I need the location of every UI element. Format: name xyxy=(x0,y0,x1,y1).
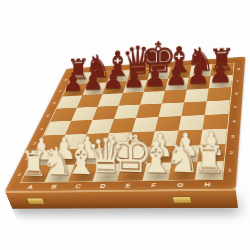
file-label: G xyxy=(166,179,194,189)
square-d7[interactable]: ♟ xyxy=(123,80,147,93)
square-c5[interactable] xyxy=(92,106,118,120)
square-f7[interactable]: ♟ xyxy=(165,77,189,90)
square-e7[interactable]: ♟ xyxy=(144,79,168,92)
rank-label: 6 xyxy=(230,87,243,101)
square-d5[interactable] xyxy=(114,105,140,119)
piece-black-pawn[interactable]: ♟ xyxy=(186,61,210,89)
brass-hinge-icon xyxy=(173,197,192,203)
folding-chess-case: ♜♞♝♛♚♝♞♜♟♟♟♟♟♟♟♟♟♟♟♟♟♟♟♟♜♞♝♛♚♝♞♜ ABCDEFG… xyxy=(5,57,245,192)
rank-label: 8 xyxy=(232,63,244,75)
square-h5[interactable] xyxy=(205,100,230,115)
square-a1[interactable]: ♜ xyxy=(21,165,51,182)
piece-white-rook[interactable]: ♜ xyxy=(19,146,47,182)
chess-board[interactable]: ♜♞♝♛♚♝♞♜♟♟♟♟♟♟♟♟♟♟♟♟♟♟♟♟♜♞♝♛♚♝♞♜ xyxy=(21,63,233,182)
rank-label: 2 xyxy=(224,144,239,161)
square-c7[interactable]: ♟ xyxy=(102,81,127,94)
piece-black-pawn[interactable]: ♟ xyxy=(102,67,124,93)
rank-label: 5 xyxy=(228,100,242,114)
piece-black-pawn[interactable]: ♟ xyxy=(164,63,187,90)
board-frame: ♜♞♝♛♚♝♞♜♟♟♟♟♟♟♟♟♟♟♟♟♟♟♟♟♜♞♝♛♚♝♞♜ ABCDEFG… xyxy=(5,57,245,192)
square-b1[interactable]: ♞ xyxy=(45,165,75,182)
file-label: E xyxy=(114,180,142,190)
brass-latch-icon xyxy=(27,199,44,205)
square-f5[interactable] xyxy=(158,102,184,117)
square-h6[interactable] xyxy=(207,87,231,101)
rank-label: 4 xyxy=(227,113,241,128)
file-label: F xyxy=(140,180,168,190)
file-label: D xyxy=(89,181,117,191)
piece-black-pawn[interactable]: ♟ xyxy=(143,64,166,91)
square-g5[interactable] xyxy=(181,101,206,116)
piece-black-pawn[interactable]: ♟ xyxy=(122,65,144,92)
piece-black-pawn[interactable]: ♟ xyxy=(208,60,232,88)
square-b7[interactable]: ♟ xyxy=(82,82,107,95)
square-g6[interactable] xyxy=(184,88,209,102)
rank-label: 7 xyxy=(231,74,244,87)
square-h7[interactable]: ♟ xyxy=(209,75,233,88)
square-g7[interactable]: ♟ xyxy=(187,76,211,89)
chess-set-scene: ♜♞♝♛♚♝♞♜♟♟♟♟♟♟♟♟♟♟♟♟♟♟♟♟♜♞♝♛♚♝♞♜ ABCDEFG… xyxy=(0,0,250,250)
square-f6[interactable] xyxy=(162,90,187,104)
piece-black-pawn[interactable]: ♟ xyxy=(82,68,103,94)
rank-label: 3 xyxy=(225,128,240,144)
file-label: H xyxy=(193,179,222,189)
product-photo-background: ♜♞♝♛♚♝♞♜♟♟♟♟♟♟♟♟♟♟♟♟♟♟♟♟♜♞♝♛♚♝♞♜ ABCDEFG… xyxy=(0,0,250,250)
case-front-side xyxy=(5,189,238,209)
file-label: B xyxy=(41,182,69,192)
